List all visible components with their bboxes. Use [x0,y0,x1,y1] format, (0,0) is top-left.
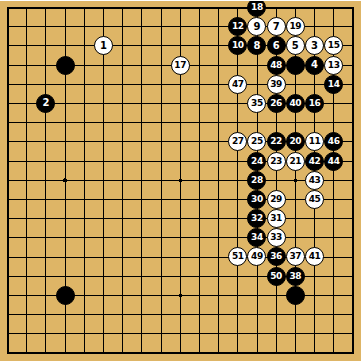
setup-stone-black-3-3 [56,56,75,75]
go-board[interactable]: 1234567891011121314151617181920212223242… [0,0,361,361]
setup-stone-black-3-15 [56,286,75,305]
move-stone-40: 40 [286,94,305,113]
move-stone-43: 43 [305,171,324,190]
move-stone-6: 6 [267,36,286,55]
move-stone-20: 20 [286,132,305,151]
move-stone-32: 32 [247,209,266,228]
move-stone-38: 38 [286,267,305,286]
top-edge-artifact [0,0,361,1]
move-stone-16: 16 [305,94,324,113]
move-stone-49: 49 [247,247,266,266]
move-stone-37: 37 [286,247,305,266]
move-stone-18: 18 [247,0,266,17]
move-stone-3: 3 [305,36,324,55]
move-stone-47: 47 [228,75,247,94]
move-stone-11: 11 [305,132,324,151]
move-stone-29: 29 [267,190,286,209]
move-stone-34: 34 [247,228,266,247]
move-stone-48: 48 [267,56,286,75]
move-stone-42: 42 [305,152,324,171]
move-stone-24: 24 [247,152,266,171]
move-stone-14: 14 [324,75,343,94]
move-stone-13: 13 [324,56,343,75]
move-stone-4: 4 [305,56,324,75]
move-stone-10: 10 [228,36,247,55]
move-stone-5: 5 [286,36,305,55]
move-stone-35: 35 [247,94,266,113]
move-stone-2: 2 [36,94,55,113]
move-stone-36: 36 [267,247,286,266]
move-stone-15: 15 [324,36,343,55]
move-stone-33: 33 [267,228,286,247]
move-stone-28: 28 [247,171,266,190]
move-stone-12: 12 [228,17,247,36]
move-stone-23: 23 [267,152,286,171]
move-stone-51: 51 [228,247,247,266]
move-stone-46: 46 [324,132,343,151]
move-stone-31: 31 [267,209,286,228]
move-stone-39: 39 [267,75,286,94]
move-stone-41: 41 [305,247,324,266]
setup-stone-black-15-3 [286,56,305,75]
move-stone-25: 25 [247,132,266,151]
move-stone-7: 7 [267,17,286,36]
move-stone-1: 1 [94,36,113,55]
move-stone-8: 8 [247,36,266,55]
move-stone-45: 45 [305,190,324,209]
move-stone-44: 44 [324,152,343,171]
setup-stone-black-15-15 [286,286,305,305]
move-stone-50: 50 [267,267,286,286]
move-stone-22: 22 [267,132,286,151]
stones-layer: 1234567891011121314151617181920212223242… [0,0,361,361]
move-stone-19: 19 [286,17,305,36]
move-stone-30: 30 [247,190,266,209]
move-stone-27: 27 [228,132,247,151]
move-stone-9: 9 [247,17,266,36]
move-stone-17: 17 [171,56,190,75]
move-stone-26: 26 [267,94,286,113]
move-stone-21: 21 [286,152,305,171]
